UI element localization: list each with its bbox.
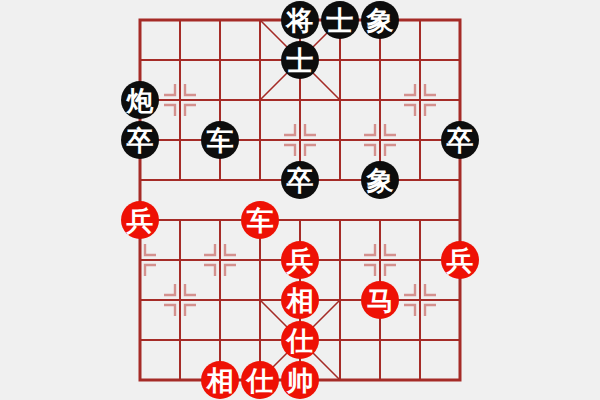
pieces-layer: 将士象士炮卒车卒卒象兵车兵兵相马仕相仕帅 [120, 0, 480, 400]
piece-red-pawn[interactable]: 兵 [121, 201, 159, 239]
piece-red-general[interactable]: 帅 [281, 361, 319, 399]
piece-black-chariot[interactable]: 车 [201, 121, 239, 159]
piece-red-pawn[interactable]: 兵 [441, 241, 479, 279]
piece-black-advisor[interactable]: 士 [281, 41, 319, 79]
xiangqi-app: 将士象士炮卒车卒卒象兵车兵兵相马仕相仕帅 [0, 0, 600, 400]
piece-red-horse[interactable]: 马 [361, 281, 399, 319]
piece-black-soldier[interactable]: 卒 [121, 121, 159, 159]
piece-black-cannon[interactable]: 炮 [121, 81, 159, 119]
piece-red-pawn[interactable]: 兵 [281, 241, 319, 279]
piece-red-elephant[interactable]: 相 [281, 281, 319, 319]
piece-black-advisor[interactable]: 士 [321, 1, 359, 39]
piece-red-chariot[interactable]: 车 [241, 201, 279, 239]
piece-black-soldier[interactable]: 卒 [281, 161, 319, 199]
piece-black-general[interactable]: 将 [281, 1, 319, 39]
piece-black-elephant[interactable]: 象 [361, 161, 399, 199]
piece-red-advisor[interactable]: 仕 [281, 321, 319, 359]
piece-red-elephant[interactable]: 相 [201, 361, 239, 399]
piece-red-advisor[interactable]: 仕 [241, 361, 279, 399]
piece-black-soldier[interactable]: 卒 [441, 121, 479, 159]
piece-black-elephant[interactable]: 象 [361, 1, 399, 39]
